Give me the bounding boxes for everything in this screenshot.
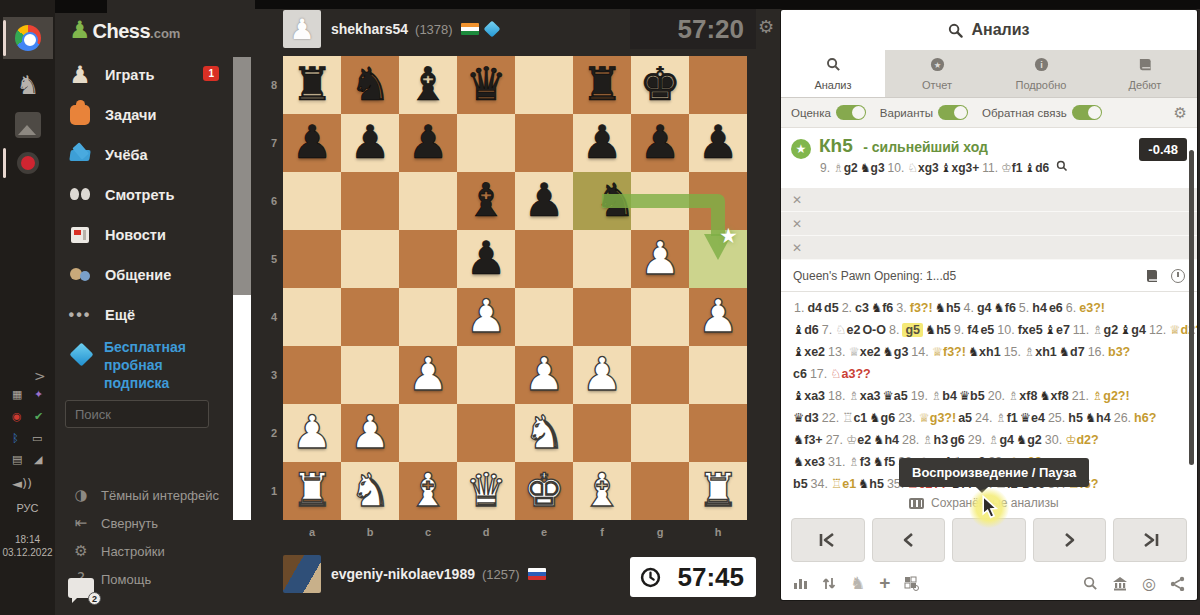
sidebar-footer-settings[interactable]: ⚙Настройки xyxy=(71,538,165,564)
square-b1[interactable]: ♞ xyxy=(341,462,399,520)
move-g2[interactable]: ♗g2 xyxy=(833,161,858,175)
black-piece-B-c8[interactable]: ♝ xyxy=(399,56,457,112)
white-piece-B-f1[interactable]: ♝ xyxy=(573,462,631,518)
sidebar-item-learn[interactable]: Учёба xyxy=(67,138,247,172)
file-label-a: a xyxy=(283,526,341,538)
white-piece-N-b1[interactable]: ♞ xyxy=(341,462,399,518)
engine-line-row-4[interactable]: ✕ xyxy=(781,236,1197,260)
volume-icon[interactable]: ◄)) xyxy=(12,476,32,491)
square-f3[interactable]: ♟ xyxy=(573,346,631,404)
square-h6[interactable] xyxy=(689,172,747,230)
white-piece-glyph: ♗ xyxy=(1024,344,1035,359)
square-g2[interactable] xyxy=(631,404,689,462)
square-b7[interactable]: ♟ xyxy=(341,114,399,172)
opening-book-icon[interactable] xyxy=(1145,269,1159,283)
move-xg3[interactable]: ♘xg3 xyxy=(907,161,938,175)
square-h2[interactable] xyxy=(689,404,747,462)
chess-app-taskbar-button[interactable]: ♞ xyxy=(3,64,53,106)
move-g4[interactable]: ♝g4 xyxy=(1120,323,1146,337)
line-branch-icon: ✕ xyxy=(792,241,802,255)
footer-label: Настройки xyxy=(101,544,165,559)
move-xg3+[interactable]: ♝xg3+ xyxy=(941,161,979,175)
notification-chat-icon[interactable]: 2 xyxy=(68,578,94,598)
white-piece-P-d4[interactable]: ♟ xyxy=(457,288,515,344)
square-d7[interactable] xyxy=(457,114,515,172)
toggles-gear-icon[interactable]: ⚙ xyxy=(1174,104,1187,122)
white-piece-R-a1[interactable]: ♜ xyxy=(283,462,341,518)
player-bottom-avatar[interactable] xyxy=(283,555,321,593)
toggle-feedback[interactable]: Обратная связь xyxy=(982,105,1102,120)
move-xa3[interactable]: ♗xa3 xyxy=(848,389,880,403)
move-f3+[interactable]: ♞f3+ xyxy=(793,433,823,447)
move-f3?![interactable]: f3?! xyxy=(910,301,933,315)
white-piece-glyph: ♗ xyxy=(848,388,859,403)
rank-label-8: 8 xyxy=(261,79,277,91)
move-e2[interactable]: ♘e2 xyxy=(835,323,860,337)
white-piece-glyph: ♗ xyxy=(1092,388,1103,403)
active-app-indicator xyxy=(3,20,6,56)
tray-feather-icon[interactable]: ✦ xyxy=(34,388,43,401)
square-e8[interactable] xyxy=(515,56,573,114)
white-piece-P-f3[interactable]: ♟ xyxy=(573,346,631,402)
move-number: 22. xyxy=(822,411,839,425)
sidebar-footer-theme[interactable]: ◑Тёмный интерфейс xyxy=(71,482,219,508)
black-piece-P-h7[interactable]: ♟ xyxy=(689,114,747,170)
sidebar-item-news[interactable]: Новости xyxy=(67,218,247,252)
engine-line-row-2[interactable]: ✕ xyxy=(781,188,1197,212)
square-b6[interactable] xyxy=(341,172,399,230)
black-piece-P-b7[interactable]: ♟ xyxy=(341,114,399,170)
search-input[interactable] xyxy=(65,400,209,428)
move-a3??[interactable]: ♘a3?? xyxy=(830,367,870,381)
square-b4[interactable] xyxy=(341,288,399,346)
square-e2[interactable]: ♞ xyxy=(515,404,573,462)
square-c8[interactable]: ♝ xyxy=(399,56,457,114)
board-editor-icon[interactable] xyxy=(904,576,919,591)
black-piece-glyph: ♞ xyxy=(968,344,979,359)
move-g6[interactable]: g6 xyxy=(950,433,965,447)
sidebar-item-social[interactable]: Общение xyxy=(67,258,247,292)
square-c7[interactable]: ♟ xyxy=(399,114,457,172)
move-xh1[interactable]: ♞xh1 xyxy=(968,345,1001,359)
white-piece-glyph: ♘ xyxy=(835,322,846,337)
move-f6[interactable]: ♞f6 xyxy=(871,301,893,315)
white-piece-P-g5[interactable]: ♟ xyxy=(631,230,689,286)
panel-scrollbar-thumb[interactable] xyxy=(1189,150,1194,465)
white-piece-glyph: ♗ xyxy=(833,161,844,175)
move-e1[interactable]: ♖e1 xyxy=(831,477,856,490)
square-d2[interactable] xyxy=(457,404,515,462)
move-g5[interactable]: g5 xyxy=(902,323,923,337)
magnifier-icon xyxy=(826,57,841,76)
move-fxe5[interactable]: fxe5 xyxy=(1018,323,1043,337)
black-piece-glyph: ♞ xyxy=(793,432,804,447)
square-a5[interactable] xyxy=(283,230,341,288)
rank-label-2: 2 xyxy=(261,427,277,439)
square-f5[interactable] xyxy=(573,230,631,288)
board-settings-gear-icon[interactable]: ⚙ xyxy=(758,16,774,37)
move-number: 19. xyxy=(911,389,928,403)
square-g1[interactable] xyxy=(631,462,689,520)
black-piece-R-a8[interactable]: ♜ xyxy=(283,56,341,112)
stats-chart-icon[interactable] xyxy=(793,576,808,590)
white-piece-glyph: ♗ xyxy=(922,432,933,447)
tray-battery-icon[interactable]: ▭ xyxy=(32,432,42,445)
move-g4[interactable]: g4 xyxy=(977,301,992,315)
move-b5[interactable]: b5 xyxy=(793,477,808,490)
black-piece-glyph: ♛ xyxy=(793,410,804,425)
sidebar-item-puzzles[interactable]: Задачи xyxy=(67,98,247,132)
move-xe3[interactable]: ♞xe3 xyxy=(793,455,825,469)
square-d3[interactable] xyxy=(457,346,515,404)
toggle-switch[interactable] xyxy=(938,105,968,120)
square-h3[interactable] xyxy=(689,346,747,404)
square-g7[interactable]: ♟ xyxy=(631,114,689,172)
black-piece-glyph: ♞ xyxy=(994,300,1005,315)
tray-record-icon[interactable]: ◉ xyxy=(12,410,22,423)
move-number: 14. xyxy=(911,345,928,359)
flip-board-icon[interactable] xyxy=(822,576,836,591)
sidebar-item-label: Играть xyxy=(105,67,154,83)
tray-apps-icon[interactable]: ▤ xyxy=(12,453,22,466)
move-d2?[interactable]: ♔d2? xyxy=(1065,433,1098,447)
share-icon[interactable] xyxy=(1170,576,1185,591)
white-piece-P-h4[interactable]: ♟ xyxy=(689,288,747,344)
square-c6[interactable] xyxy=(399,172,457,230)
toggle-switch[interactable] xyxy=(836,105,866,120)
square-a1[interactable]: ♜ xyxy=(283,462,341,520)
move-c3[interactable]: c3 xyxy=(855,301,869,315)
move-g3[interactable]: ♞g3 xyxy=(883,345,909,359)
move-f4[interactable]: f4 xyxy=(967,323,978,337)
tray-misc-icon[interactable]: ◢ xyxy=(34,453,42,466)
square-f4[interactable] xyxy=(573,288,631,346)
square-e1[interactable]: ♚ xyxy=(515,462,573,520)
square-e4[interactable] xyxy=(515,288,573,346)
move-g3?![interactable]: ♕g3?! xyxy=(919,411,957,425)
square-d8[interactable]: ♛ xyxy=(457,56,515,114)
move-f5[interactable]: ♞f5 xyxy=(873,455,895,469)
puzzle-icon xyxy=(70,105,90,125)
saved-analyses-row[interactable]: Сохранённые анализы xyxy=(781,490,1197,516)
black-piece-K-g8[interactable]: ♚ xyxy=(631,56,689,112)
tab-report[interactable]: ★Отчет xyxy=(885,50,989,97)
line-magnifier-icon[interactable] xyxy=(1051,160,1068,175)
move-f1[interactable]: ♗f1 xyxy=(995,411,1017,425)
black-piece-glyph: ♝ xyxy=(1120,322,1131,337)
target-icon[interactable]: ◎ xyxy=(1142,574,1156,593)
move-f3[interactable]: ♗f3 xyxy=(848,455,870,469)
white-piece-B-c1[interactable]: ♝ xyxy=(399,462,457,518)
square-h1[interactable]: ♜ xyxy=(689,462,747,520)
move-xe2[interactable]: ♝xe2 xyxy=(793,345,825,359)
move-h4[interactable]: h4 xyxy=(1032,301,1047,315)
white-piece-P-c3[interactable]: ♟ xyxy=(399,346,457,402)
white-piece-R-h1[interactable]: ♜ xyxy=(689,462,747,518)
chrome-icon xyxy=(15,25,41,51)
square-c5[interactable] xyxy=(399,230,457,288)
move-number: 28. xyxy=(902,433,919,447)
square-c2[interactable] xyxy=(399,404,457,462)
move-number: 5. xyxy=(1019,301,1029,315)
square-c3[interactable]: ♟ xyxy=(399,346,457,404)
white-piece-K-e1[interactable]: ♚ xyxy=(515,462,573,518)
white-piece-P-b2[interactable]: ♟ xyxy=(341,404,399,460)
white-piece-Q-d1[interactable]: ♛ xyxy=(457,462,515,518)
move-d4[interactable]: d4 xyxy=(807,301,822,315)
white-piece-glyph: ♗ xyxy=(995,410,1006,425)
black-piece-P-a7[interactable]: ♟ xyxy=(283,114,341,170)
move-xa3[interactable]: ♝xa3 xyxy=(793,389,825,403)
move-h4[interactable]: ♞h4 xyxy=(873,433,899,447)
move-e6[interactable]: e6 xyxy=(1049,301,1063,315)
square-f7[interactable]: ♟ xyxy=(573,114,631,172)
zoom-search-icon[interactable] xyxy=(1083,576,1098,591)
move-e7[interactable]: ♝e7 xyxy=(1045,323,1070,337)
move-f6[interactable]: ♞f6 xyxy=(994,301,1016,315)
go-to-start-button[interactable] xyxy=(791,518,865,562)
sidebar-item-more[interactable]: •••Ещё xyxy=(67,298,247,332)
screen-record-button[interactable] xyxy=(3,142,53,184)
move-h6?[interactable]: h6? xyxy=(1134,411,1156,425)
tray-window-icon[interactable]: ▦ xyxy=(12,388,22,401)
move-b3?[interactable]: b3? xyxy=(1108,345,1130,359)
move-e3?![interactable]: e3?! xyxy=(1079,301,1105,315)
move-h5[interactable]: ♞h5 xyxy=(858,477,884,490)
diamond-icon xyxy=(69,342,93,366)
square-d5[interactable]: ♟ xyxy=(457,230,515,288)
tab-analysis[interactable]: Анализ xyxy=(781,50,885,97)
square-a2[interactable]: ♟ xyxy=(283,404,341,462)
square-d1[interactable]: ♛ xyxy=(457,462,515,520)
square-a3[interactable] xyxy=(283,346,341,404)
black-piece-glyph: ♞ xyxy=(1016,432,1027,447)
move-xh1[interactable]: ♗xh1 xyxy=(1024,345,1057,359)
black-piece-P-c7[interactable]: ♟ xyxy=(399,114,457,170)
tray-bluetooth-icon[interactable]: ᛒ xyxy=(12,432,19,445)
square-b3[interactable] xyxy=(341,346,399,404)
black-piece-glyph: ♝ xyxy=(1045,322,1056,337)
move-a5[interactable]: a5 xyxy=(958,411,972,425)
black-piece-N-b8[interactable]: ♞ xyxy=(341,56,399,112)
move-number: 9. xyxy=(820,161,830,175)
white-piece-P-e3[interactable]: ♟ xyxy=(515,346,573,402)
square-a4[interactable] xyxy=(283,288,341,346)
white-piece-glyph: ♕ xyxy=(932,344,943,359)
move-number: 17. xyxy=(810,367,827,381)
square-h4[interactable]: ♟ xyxy=(689,288,747,346)
square-a8[interactable]: ♜ xyxy=(283,56,341,114)
scrollbar-thumb[interactable] xyxy=(233,57,251,295)
black-piece-P-d5[interactable]: ♟ xyxy=(457,230,515,286)
square-e3[interactable]: ♟ xyxy=(515,346,573,404)
rank-label-1: 1 xyxy=(261,485,277,497)
opening-row[interactable]: Queen's Pawn Opening: 1...d5 xyxy=(781,260,1197,292)
tab-label: Подробно xyxy=(1016,79,1067,91)
white-piece-glyph: ♔ xyxy=(1001,161,1012,175)
black-piece-glyph: ♞ xyxy=(873,432,884,447)
move-g2[interactable]: ♗g2 xyxy=(1092,323,1118,337)
sidebar: ♟ Chess .com ♟Играть1ЗадачиУчёбаСмотреть… xyxy=(55,0,255,615)
move-c1[interactable]: ♖c1 xyxy=(842,411,867,425)
tray-check-icon[interactable]: ✔ xyxy=(34,410,43,423)
black-piece-P-g7[interactable]: ♟ xyxy=(631,114,689,170)
move-h5[interactable]: h5 xyxy=(1068,411,1083,425)
square-e7[interactable] xyxy=(515,114,573,172)
graduation-cap-icon xyxy=(69,150,91,161)
square-f6[interactable]: ♞ xyxy=(573,172,631,230)
tab-details[interactable]: iПодробно xyxy=(989,50,1093,97)
tab-label: Отчет xyxy=(922,79,952,91)
move-b4[interactable]: ♗b4 xyxy=(931,389,957,403)
white-piece-glyph: ♖ xyxy=(831,476,842,490)
square-b5[interactable] xyxy=(341,230,399,288)
library-save-icon[interactable] xyxy=(1112,576,1128,591)
move-O-O[interactable]: O-O xyxy=(862,323,886,337)
square-h7[interactable]: ♟ xyxy=(689,114,747,172)
move-d6[interactable]: ♝d6 xyxy=(793,323,819,337)
move-g6[interactable]: ♞g6 xyxy=(869,411,895,425)
tray-expand-arrow[interactable]: > xyxy=(34,368,46,384)
square-d4[interactable]: ♟ xyxy=(457,288,515,346)
previous-move-button[interactable] xyxy=(872,518,946,562)
move-d7[interactable]: ♞d7 xyxy=(1059,345,1085,359)
sidebar-footer-collapse[interactable]: ⇤Свернуть xyxy=(71,510,158,536)
newspaper-icon xyxy=(71,227,89,243)
sidebar-item-watch[interactable]: Смотреть xyxy=(67,178,247,212)
engine-best-line[interactable]: 9.♗g2♞g310.♘xg3♝xg3+11.♔f1♝d6 xyxy=(819,160,1187,175)
white-piece-N-e2[interactable]: ♞ xyxy=(515,404,573,460)
move-number: 6. xyxy=(1066,301,1076,315)
move-xf8[interactable]: ♞xf8 xyxy=(1039,389,1068,403)
move-xe2[interactable]: ♕xe2 xyxy=(848,345,880,359)
square-g3[interactable] xyxy=(631,346,689,404)
best-move-star-badge: ★ xyxy=(791,139,811,159)
move-d5[interactable]: d5 xyxy=(824,301,839,315)
white-piece-glyph: ♕ xyxy=(1169,322,1180,337)
move-h3[interactable]: ♗h3 xyxy=(922,433,948,447)
move-g2[interactable]: ♞g2 xyxy=(1016,433,1042,447)
move-e2[interactable]: ♔e2 xyxy=(846,433,871,447)
square-f8[interactable]: ♜ xyxy=(573,56,631,114)
page-scrollbar[interactable] xyxy=(233,57,251,520)
move-e4[interactable]: ♛e4 xyxy=(1020,411,1045,425)
square-g8[interactable]: ♚ xyxy=(631,56,689,114)
black-piece-glyph: ♞ xyxy=(1085,410,1096,425)
sidebar-item-play[interactable]: ♟Играть1 xyxy=(67,58,247,92)
move-f1[interactable]: ♔f1 xyxy=(1001,161,1022,175)
move-a5[interactable]: ♛a5 xyxy=(883,389,908,403)
move-b5[interactable]: ♛b5 xyxy=(959,389,985,403)
square-g4[interactable] xyxy=(631,288,689,346)
add-icon[interactable]: + xyxy=(879,572,890,594)
square-h8[interactable] xyxy=(689,56,747,114)
square-b8[interactable]: ♞ xyxy=(341,56,399,114)
os-taskbar: ♞ > ▦ ✦ ◉ ✔ ᛒ ▭ ▤ ◢ ◄)) РУС 18:14 03.12.… xyxy=(0,0,55,615)
square-f2[interactable] xyxy=(573,404,631,462)
language-indicator[interactable]: РУС xyxy=(0,502,55,514)
square-a6[interactable] xyxy=(283,172,341,230)
black-piece-P-f7[interactable]: ♟ xyxy=(573,114,631,170)
image-viewer-taskbar-button[interactable] xyxy=(3,104,53,146)
player-top-avatar[interactable]: ♟ xyxy=(283,10,321,48)
toggle-eval[interactable]: Оценка xyxy=(791,105,866,120)
move-g4[interactable]: ♗g4 xyxy=(988,433,1014,447)
panel-title: Анализ xyxy=(781,10,1197,50)
black-piece-glyph: ♞ xyxy=(869,410,880,425)
black-piece-Q-d8[interactable]: ♛ xyxy=(457,56,515,112)
sidebar-item-label: Смотреть xyxy=(105,187,174,203)
player-bottom-name[interactable]: evgeniy-nikolaev1989 xyxy=(331,566,475,582)
square-g6[interactable] xyxy=(631,172,689,230)
best-move-text[interactable]: Кh5 xyxy=(819,135,853,156)
clock-white: 57:45 xyxy=(630,557,756,597)
square-d6[interactable]: ♝ xyxy=(457,172,515,230)
move-h5[interactable]: ♞h5 xyxy=(935,301,961,315)
move-e5[interactable]: e5 xyxy=(980,323,994,337)
move-d6[interactable]: ♝d6 xyxy=(1024,161,1049,175)
white-piece-P-a2[interactable]: ♟ xyxy=(283,404,341,460)
square-f1[interactable]: ♝ xyxy=(573,462,631,520)
tab-opening[interactable]: Дебют xyxy=(1093,50,1197,97)
chrome-taskbar-button[interactable] xyxy=(3,17,53,59)
move-h4[interactable]: ♞h4 xyxy=(1085,411,1111,425)
move-xf8[interactable]: ♗xf8 xyxy=(1008,389,1037,403)
history-clock-icon[interactable] xyxy=(1171,269,1185,283)
square-e5[interactable] xyxy=(515,230,573,288)
player-top-name[interactable]: shekhars54 xyxy=(331,21,408,37)
play-pause-button[interactable] xyxy=(952,518,1026,562)
move-number: 10. xyxy=(888,161,905,175)
chesscom-logo[interactable]: ♟ Chess .com xyxy=(69,16,180,44)
square-a7[interactable]: ♟ xyxy=(283,114,341,172)
move-f3?![interactable]: ♕f3?! xyxy=(932,345,966,359)
free-trial-link[interactable]: Бесплатнаяпробнаяподписка xyxy=(69,338,244,392)
move-c6[interactable]: c6 xyxy=(793,367,807,381)
practice-piece-icon[interactable]: ♞ xyxy=(850,573,865,593)
toggle-switch[interactable] xyxy=(1072,105,1102,120)
square-g5[interactable]: ♟ xyxy=(631,230,689,288)
clock-black: 57:20 xyxy=(630,9,756,49)
black-piece-P-e6[interactable]: ♟ xyxy=(515,172,573,228)
black-piece-glyph: ♞ xyxy=(925,322,936,337)
tab-label: Дебют xyxy=(1129,79,1162,91)
move-number: 25. xyxy=(1048,411,1065,425)
next-move-button[interactable] xyxy=(1033,518,1107,562)
square-e6[interactable]: ♟ xyxy=(515,172,573,230)
move-d3[interactable]: ♛d3 xyxy=(793,411,819,425)
black-piece-B-d6[interactable]: ♝ xyxy=(457,172,515,228)
record-icon xyxy=(17,152,39,174)
square-c1[interactable]: ♝ xyxy=(399,462,457,520)
sidebar-item-label: Задачи xyxy=(105,107,156,123)
square-h5[interactable] xyxy=(689,230,747,288)
move-number: 8. xyxy=(889,323,899,337)
move-h5[interactable]: ♞h5 xyxy=(925,323,951,337)
move-g3[interactable]: ♞g3 xyxy=(860,161,885,175)
go-to-end-button[interactable] xyxy=(1113,518,1187,562)
black-piece-R-f8[interactable]: ♜ xyxy=(573,56,631,112)
rank-label-7: 7 xyxy=(261,137,277,149)
move-number: 13. xyxy=(828,345,845,359)
move-number: 24. xyxy=(975,411,992,425)
toggle-lines[interactable]: Варианты xyxy=(880,105,968,120)
move-g2?![interactable]: ♗g2?! xyxy=(1092,389,1130,403)
sidebar-item-label: Учёба xyxy=(105,147,148,163)
square-c4[interactable] xyxy=(399,288,457,346)
square-b2[interactable]: ♟ xyxy=(341,404,399,462)
engine-line-row-3[interactable]: ✕ xyxy=(781,212,1197,236)
